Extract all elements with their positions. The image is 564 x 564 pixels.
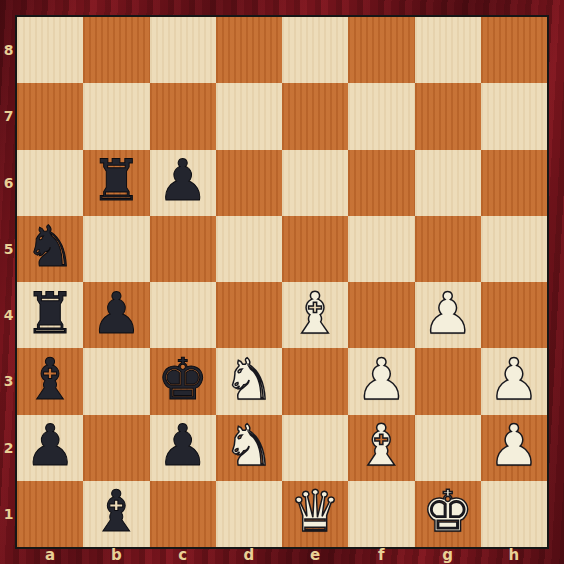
square-h6[interactable] bbox=[481, 150, 547, 216]
square-f1[interactable] bbox=[348, 481, 414, 547]
square-c7[interactable] bbox=[150, 83, 216, 149]
square-d8[interactable] bbox=[216, 17, 282, 83]
square-g6[interactable] bbox=[415, 150, 481, 216]
square-b2[interactable] bbox=[83, 415, 149, 481]
square-e4[interactable]: ♝ bbox=[282, 282, 348, 348]
rank-label-5: 5 bbox=[0, 216, 17, 282]
piece-black-pawn-a2[interactable]: ♟ bbox=[25, 417, 76, 474]
square-e1[interactable]: ♛ bbox=[282, 481, 348, 547]
square-g7[interactable] bbox=[415, 83, 481, 149]
square-g4[interactable]: ♟ bbox=[415, 282, 481, 348]
file-label-b: b bbox=[83, 546, 149, 564]
square-f4[interactable] bbox=[348, 282, 414, 348]
square-c3[interactable]: ♚ bbox=[150, 348, 216, 414]
file-label-g: g bbox=[415, 546, 481, 564]
square-a4[interactable]: ♜ bbox=[17, 282, 83, 348]
square-b6[interactable]: ♜ bbox=[83, 150, 149, 216]
file-label-d: d bbox=[216, 546, 282, 564]
square-f2[interactable]: ♝ bbox=[348, 415, 414, 481]
square-d3[interactable]: ♞ bbox=[216, 348, 282, 414]
piece-white-bishop-f2[interactable]: ♝ bbox=[356, 417, 407, 474]
file-label-a: a bbox=[17, 546, 83, 564]
square-b5[interactable] bbox=[83, 216, 149, 282]
rank-label-1: 1 bbox=[0, 481, 17, 547]
square-b4[interactable]: ♟ bbox=[83, 282, 149, 348]
rank-label-2: 2 bbox=[0, 415, 17, 481]
square-f5[interactable] bbox=[348, 216, 414, 282]
square-h4[interactable] bbox=[481, 282, 547, 348]
square-h8[interactable] bbox=[481, 17, 547, 83]
square-f3[interactable]: ♟ bbox=[348, 348, 414, 414]
square-g1[interactable]: ♚ bbox=[415, 481, 481, 547]
square-d6[interactable] bbox=[216, 150, 282, 216]
piece-white-pawn-h2[interactable]: ♟ bbox=[488, 417, 539, 474]
square-d4[interactable] bbox=[216, 282, 282, 348]
square-d2[interactable]: ♞ bbox=[216, 415, 282, 481]
square-f8[interactable] bbox=[348, 17, 414, 83]
square-c8[interactable] bbox=[150, 17, 216, 83]
square-a8[interactable] bbox=[17, 17, 83, 83]
square-c2[interactable]: ♟ bbox=[150, 415, 216, 481]
square-b8[interactable] bbox=[83, 17, 149, 83]
square-c6[interactable]: ♟ bbox=[150, 150, 216, 216]
file-label-f: f bbox=[348, 546, 414, 564]
piece-black-pawn-c6[interactable]: ♟ bbox=[157, 152, 208, 209]
piece-white-pawn-g4[interactable]: ♟ bbox=[422, 285, 473, 342]
piece-white-knight-d2[interactable]: ♞ bbox=[223, 417, 274, 474]
square-b1[interactable]: ♝ bbox=[83, 481, 149, 547]
square-h1[interactable] bbox=[481, 481, 547, 547]
piece-white-pawn-f3[interactable]: ♟ bbox=[356, 351, 407, 408]
file-label-h: h bbox=[481, 546, 547, 564]
piece-white-queen-e1[interactable]: ♛ bbox=[290, 483, 341, 540]
chess-board: ♜♟♞♜♟♝♟♝♚♞♟♟♟♟♞♝♟♝♛♚ bbox=[17, 17, 547, 547]
square-e3[interactable] bbox=[282, 348, 348, 414]
square-f7[interactable] bbox=[348, 83, 414, 149]
square-c4[interactable] bbox=[150, 282, 216, 348]
square-a1[interactable] bbox=[17, 481, 83, 547]
square-e8[interactable] bbox=[282, 17, 348, 83]
piece-white-bishop-e4[interactable]: ♝ bbox=[290, 285, 341, 342]
square-c5[interactable] bbox=[150, 216, 216, 282]
rank-label-3: 3 bbox=[0, 348, 17, 414]
piece-white-king-g1[interactable]: ♚ bbox=[422, 483, 473, 540]
file-label-c: c bbox=[150, 546, 216, 564]
square-f6[interactable] bbox=[348, 150, 414, 216]
board-frame: 87654321 ♜♟♞♜♟♝♟♝♚♞♟♟♟♟♞♝♟♝♛♚ abcdefgh bbox=[0, 0, 564, 564]
square-h2[interactable]: ♟ bbox=[481, 415, 547, 481]
square-d1[interactable] bbox=[216, 481, 282, 547]
square-a7[interactable] bbox=[17, 83, 83, 149]
piece-black-knight-a5[interactable]: ♞ bbox=[25, 218, 76, 275]
square-b3[interactable] bbox=[83, 348, 149, 414]
piece-black-bishop-b1[interactable]: ♝ bbox=[91, 483, 142, 540]
piece-black-rook-b6[interactable]: ♜ bbox=[91, 152, 142, 209]
square-a2[interactable]: ♟ bbox=[17, 415, 83, 481]
piece-white-knight-d3[interactable]: ♞ bbox=[223, 351, 274, 408]
piece-black-pawn-b4[interactable]: ♟ bbox=[91, 285, 142, 342]
square-d5[interactable] bbox=[216, 216, 282, 282]
square-g3[interactable] bbox=[415, 348, 481, 414]
square-e7[interactable] bbox=[282, 83, 348, 149]
square-e2[interactable] bbox=[282, 415, 348, 481]
piece-black-bishop-a3[interactable]: ♝ bbox=[25, 351, 76, 408]
square-d7[interactable] bbox=[216, 83, 282, 149]
square-a6[interactable] bbox=[17, 150, 83, 216]
file-label-e: e bbox=[282, 546, 348, 564]
square-e6[interactable] bbox=[282, 150, 348, 216]
square-b7[interactable] bbox=[83, 83, 149, 149]
rank-label-7: 7 bbox=[0, 83, 17, 149]
piece-black-pawn-c2[interactable]: ♟ bbox=[157, 417, 208, 474]
square-a3[interactable]: ♝ bbox=[17, 348, 83, 414]
square-g2[interactable] bbox=[415, 415, 481, 481]
square-a5[interactable]: ♞ bbox=[17, 216, 83, 282]
rank-label-4: 4 bbox=[0, 282, 17, 348]
piece-black-rook-a4[interactable]: ♜ bbox=[25, 285, 76, 342]
piece-white-pawn-h3[interactable]: ♟ bbox=[488, 351, 539, 408]
square-h3[interactable]: ♟ bbox=[481, 348, 547, 414]
square-c1[interactable] bbox=[150, 481, 216, 547]
piece-black-king-c3[interactable]: ♚ bbox=[157, 351, 208, 408]
rank-label-8: 8 bbox=[0, 17, 17, 83]
square-g5[interactable] bbox=[415, 216, 481, 282]
rank-label-6: 6 bbox=[0, 150, 17, 216]
square-e5[interactable] bbox=[282, 216, 348, 282]
square-h7[interactable] bbox=[481, 83, 547, 149]
square-g8[interactable] bbox=[415, 17, 481, 83]
square-h5[interactable] bbox=[481, 216, 547, 282]
